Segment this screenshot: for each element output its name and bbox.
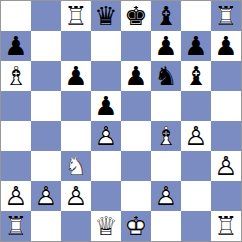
- white-rook-icon: ♜: [211, 1, 241, 31]
- black-knight-icon: ♞: [151, 61, 181, 91]
- black-pawn-icon: ♟: [151, 31, 181, 61]
- white-rook-outline-icon: ♖: [211, 211, 241, 241]
- white-rook-icon: ♜: [1, 211, 31, 241]
- square-h1[interactable]: ♜♖: [211, 211, 241, 241]
- square-a7[interactable]: ♟: [1, 31, 31, 61]
- square-c8[interactable]: ♜♖: [61, 1, 91, 31]
- square-g4[interactable]: ♟♙: [181, 121, 211, 151]
- white-king-outline-icon: ♔: [121, 211, 151, 241]
- black-bishop-icon: ♝: [151, 1, 181, 31]
- square-b5[interactable]: [31, 91, 61, 121]
- white-pawn-outline-icon: ♙: [1, 181, 31, 211]
- square-d7[interactable]: [91, 31, 121, 61]
- square-a1[interactable]: ♜♖: [1, 211, 31, 241]
- square-c5[interactable]: [61, 91, 91, 121]
- square-a4[interactable]: [1, 121, 31, 151]
- square-c2[interactable]: ♟♙: [61, 181, 91, 211]
- square-h2[interactable]: [211, 181, 241, 211]
- square-g2[interactable]: [181, 181, 211, 211]
- square-c4[interactable]: [61, 121, 91, 151]
- square-c7[interactable]: [61, 31, 91, 61]
- white-pawn-icon: ♟: [91, 121, 121, 151]
- square-h8[interactable]: ♜♖: [211, 1, 241, 31]
- black-pawn-icon: ♟: [91, 91, 121, 121]
- white-rook-outline-icon: ♖: [211, 1, 241, 31]
- white-king-icon: ♚: [121, 211, 151, 241]
- square-f7[interactable]: ♟: [151, 31, 181, 61]
- square-b8[interactable]: [31, 1, 61, 31]
- square-c6[interactable]: ♟: [61, 61, 91, 91]
- square-d3[interactable]: [91, 151, 121, 181]
- square-f1[interactable]: [151, 211, 181, 241]
- white-bishop-icon: ♝: [1, 61, 31, 91]
- square-g5[interactable]: [181, 91, 211, 121]
- white-rook-outline-icon: ♖: [1, 211, 31, 241]
- white-pawn-icon: ♟: [61, 181, 91, 211]
- white-pawn-icon: ♟: [211, 151, 241, 181]
- white-knight-outline-icon: ♘: [61, 151, 91, 181]
- white-pawn-icon: ♟: [1, 181, 31, 211]
- square-g1[interactable]: [181, 211, 211, 241]
- square-c3[interactable]: ♞♘: [61, 151, 91, 181]
- square-b2[interactable]: ♟♙: [31, 181, 61, 211]
- square-f4[interactable]: ♝♗: [151, 121, 181, 151]
- black-pawn-icon: ♟: [61, 61, 91, 91]
- square-g6[interactable]: ♝: [181, 61, 211, 91]
- white-rook-outline-icon: ♖: [61, 1, 91, 31]
- square-a2[interactable]: ♟♙: [1, 181, 31, 211]
- square-a8[interactable]: [1, 1, 31, 31]
- square-a6[interactable]: ♝♗: [1, 61, 31, 91]
- square-d1[interactable]: ♛♕: [91, 211, 121, 241]
- square-d5[interactable]: ♟: [91, 91, 121, 121]
- square-f2[interactable]: ♟♙: [151, 181, 181, 211]
- square-b6[interactable]: [31, 61, 61, 91]
- black-queen-icon: ♛: [91, 1, 121, 31]
- white-rook-icon: ♜: [211, 211, 241, 241]
- square-e4[interactable]: [121, 121, 151, 151]
- square-g7[interactable]: ♟: [181, 31, 211, 61]
- square-d4[interactable]: ♟♙: [91, 121, 121, 151]
- white-pawn-outline-icon: ♙: [31, 181, 61, 211]
- black-pawn-icon: ♟: [211, 31, 241, 61]
- square-h7[interactable]: ♟: [211, 31, 241, 61]
- white-bishop-icon: ♝: [151, 121, 181, 151]
- white-pawn-outline-icon: ♙: [181, 121, 211, 151]
- square-d2[interactable]: [91, 181, 121, 211]
- white-pawn-outline-icon: ♙: [151, 181, 181, 211]
- square-d8[interactable]: ♛: [91, 1, 121, 31]
- square-e6[interactable]: ♟: [121, 61, 151, 91]
- square-e8[interactable]: ♚: [121, 1, 151, 31]
- white-queen-outline-icon: ♕: [91, 211, 121, 241]
- white-bishop-outline-icon: ♗: [151, 121, 181, 151]
- square-f8[interactable]: ♝: [151, 1, 181, 31]
- square-h5[interactable]: [211, 91, 241, 121]
- white-pawn-icon: ♟: [151, 181, 181, 211]
- white-pawn-outline-icon: ♙: [61, 181, 91, 211]
- square-b4[interactable]: [31, 121, 61, 151]
- square-b7[interactable]: [31, 31, 61, 61]
- square-e5[interactable]: [121, 91, 151, 121]
- square-f3[interactable]: [151, 151, 181, 181]
- square-e1[interactable]: ♚♔: [121, 211, 151, 241]
- square-f5[interactable]: [151, 91, 181, 121]
- black-bishop-icon: ♝: [181, 61, 211, 91]
- square-g8[interactable]: [181, 1, 211, 31]
- white-queen-icon: ♛: [91, 211, 121, 241]
- black-king-icon: ♚: [121, 1, 151, 31]
- square-h3[interactable]: ♟♙: [211, 151, 241, 181]
- black-pawn-icon: ♟: [121, 61, 151, 91]
- square-d6[interactable]: [91, 61, 121, 91]
- white-pawn-icon: ♟: [181, 121, 211, 151]
- square-h4[interactable]: [211, 121, 241, 151]
- white-pawn-icon: ♟: [31, 181, 61, 211]
- square-a5[interactable]: [1, 91, 31, 121]
- square-e7[interactable]: [121, 31, 151, 61]
- square-b1[interactable]: [31, 211, 61, 241]
- square-e2[interactable]: [121, 181, 151, 211]
- white-pawn-outline-icon: ♙: [211, 151, 241, 181]
- black-pawn-icon: ♟: [1, 31, 31, 61]
- chess-board: ♜♖♛♚♝♜♖♟♟♟♟♝♗♟♟♞♝♟♟♙♝♗♟♙♞♘♟♙♟♙♟♙♟♙♟♙♜♖♛♕…: [0, 0, 242, 242]
- white-knight-icon: ♞: [61, 151, 91, 181]
- black-pawn-icon: ♟: [181, 31, 211, 61]
- square-g3[interactable]: [181, 151, 211, 181]
- square-a3[interactable]: [1, 151, 31, 181]
- square-h6[interactable]: [211, 61, 241, 91]
- square-e3[interactable]: [121, 151, 151, 181]
- white-rook-icon: ♜: [61, 1, 91, 31]
- square-f6[interactable]: ♞: [151, 61, 181, 91]
- white-bishop-outline-icon: ♗: [1, 61, 31, 91]
- white-pawn-outline-icon: ♙: [91, 121, 121, 151]
- square-b3[interactable]: [31, 151, 61, 181]
- square-c1[interactable]: [61, 211, 91, 241]
